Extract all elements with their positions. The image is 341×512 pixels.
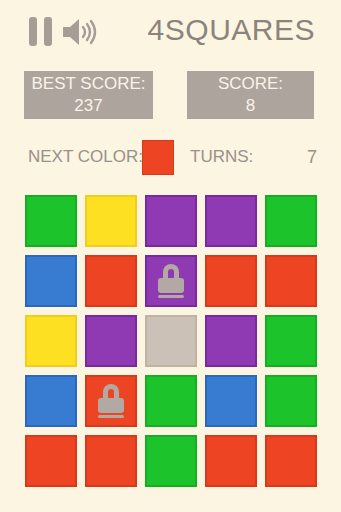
- lock-icon: [158, 264, 184, 299]
- board-cell-r5c2-red[interactable]: [85, 435, 137, 487]
- speaker-on-icon: [63, 18, 101, 46]
- board-cell-r3c5-green[interactable]: [265, 315, 317, 367]
- board-cell-r1c5-green[interactable]: [265, 195, 317, 247]
- board-cell-r2c3-purple[interactable]: [145, 255, 197, 307]
- best-score-value: 237: [24, 95, 153, 117]
- board-cell-r1c2-yellow[interactable]: [85, 195, 137, 247]
- board-cell-r3c4-purple[interactable]: [205, 315, 257, 367]
- best-score-label: BEST SCORE:: [24, 73, 153, 95]
- board-cell-r1c4-purple[interactable]: [205, 195, 257, 247]
- board-cell-r2c5-red[interactable]: [265, 255, 317, 307]
- score-value: 8: [187, 95, 314, 117]
- board-cell-r1c1-green[interactable]: [25, 195, 77, 247]
- turns-value: 7: [307, 147, 317, 168]
- board-cell-r4c2-red[interactable]: [85, 375, 137, 427]
- board: [25, 195, 317, 487]
- game-title: 4SQUARES: [148, 13, 315, 47]
- board-cell-r2c4-red[interactable]: [205, 255, 257, 307]
- board-cell-r4c3-green[interactable]: [145, 375, 197, 427]
- board-cell-r2c1-blue[interactable]: [25, 255, 77, 307]
- board-cell-r5c5-red[interactable]: [265, 435, 317, 487]
- board-cell-r3c3-neutral[interactable]: [145, 315, 197, 367]
- board-cell-r5c3-green[interactable]: [145, 435, 197, 487]
- board-cell-r1c3-purple[interactable]: [145, 195, 197, 247]
- board-cell-r5c1-red[interactable]: [25, 435, 77, 487]
- score-label: SCORE:: [187, 73, 314, 95]
- turns-label: TURNS:: [190, 147, 253, 167]
- board-cell-r2c2-red[interactable]: [85, 255, 137, 307]
- pause-icon: [29, 17, 37, 46]
- board-cell-r4c4-blue[interactable]: [205, 375, 257, 427]
- board-cell-r3c2-purple[interactable]: [85, 315, 137, 367]
- best-score-box: BEST SCORE: 237: [24, 71, 153, 119]
- board-cell-r4c1-blue[interactable]: [25, 375, 77, 427]
- board-cell-r3c1-yellow[interactable]: [25, 315, 77, 367]
- next-color-label: NEXT COLOR:: [28, 147, 143, 167]
- score-box: SCORE: 8: [187, 71, 314, 119]
- pause-button[interactable]: [29, 17, 52, 46]
- board-cell-r5c4-red[interactable]: [205, 435, 257, 487]
- lock-icon: [98, 384, 124, 419]
- next-color-swatch: [142, 140, 174, 175]
- sound-button[interactable]: [63, 18, 101, 46]
- board-cell-r4c5-green[interactable]: [265, 375, 317, 427]
- pause-icon: [44, 17, 52, 46]
